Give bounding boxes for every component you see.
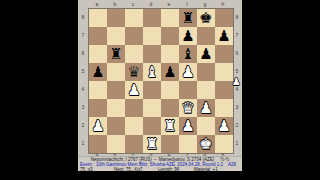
square-f7[interactable]: ♟ (179, 27, 197, 45)
file-label-b: b (106, 1, 124, 7)
eco-code: A28 (228, 162, 236, 167)
square-f8[interactable]: ♜ (179, 9, 197, 27)
white-pawn: ♟ (197, 99, 215, 117)
square-b5[interactable] (107, 63, 125, 81)
square-f6[interactable]: ♝ (179, 45, 197, 63)
square-c2[interactable] (125, 117, 143, 135)
white-pawn: ♟ (179, 117, 197, 135)
square-d7[interactable] (143, 27, 161, 45)
square-g2[interactable] (197, 117, 215, 135)
black-king: ♚ (197, 9, 215, 27)
status-line: 75. g3 Next: 75...Kg7 Length: 96 Materia… (78, 167, 242, 172)
file-label-c: c (124, 1, 142, 7)
square-h8[interactable] (215, 9, 233, 27)
rank-label-7: 7 (232, 26, 242, 44)
white-bishop: ♝ (143, 63, 161, 81)
square-d5[interactable]: ♝ (143, 63, 161, 81)
rank-label-2: 2 (78, 116, 88, 134)
square-e2[interactable]: ♜ (161, 117, 179, 135)
square-b7[interactable] (107, 27, 125, 45)
square-e4[interactable] (161, 81, 179, 99)
square-d4[interactable] (143, 81, 161, 99)
black-rook: ♜ (107, 45, 125, 63)
rank-label-5: 5 (78, 62, 88, 80)
square-f4[interactable] (179, 81, 197, 99)
rank-label-1: 1 (232, 134, 242, 152)
file-label-e: e (160, 1, 178, 7)
black-rook: ♜ (179, 9, 197, 27)
square-h7[interactable]: ♟ (215, 27, 233, 45)
square-e7[interactable] (161, 27, 179, 45)
white-pawn: ♟ (179, 63, 197, 81)
rank-labels-left: 87654321 (78, 8, 88, 152)
square-h1[interactable] (215, 135, 233, 153)
caption-area: Nepomniachtchi, I 2767 (RUS)--Mamedyarov… (78, 156, 242, 171)
square-f1[interactable] (179, 135, 197, 153)
square-f2[interactable]: ♟ (179, 117, 197, 135)
square-g6[interactable]: ♟ (197, 45, 215, 63)
chess-viewer-panel: abcdefgh 87654321 ♜♚♟♟♜♝♟♟♛♝♟♟♟♛♟♟♜♟♟♜♚ … (78, 0, 242, 171)
black-bishop: ♝ (179, 45, 197, 63)
square-d6[interactable] (143, 45, 161, 63)
black-pawn: ♟ (89, 63, 107, 81)
square-f5[interactable]: ♟ (179, 63, 197, 81)
rank-label-7: 7 (78, 26, 88, 44)
rank-label-4: 4 (78, 80, 88, 98)
square-a4[interactable] (89, 81, 107, 99)
square-c6[interactable] (125, 45, 143, 63)
video-frame: abcdefgh 87654321 ♜♚♟♟♜♝♟♟♛♝♟♟♟♛♟♟♜♟♟♜♚ … (0, 0, 320, 180)
square-b4[interactable] (107, 81, 125, 99)
square-b3[interactable] (107, 99, 125, 117)
square-g8[interactable]: ♚ (197, 9, 215, 27)
white-king: ♚ (197, 135, 215, 153)
white-pawn: ♟ (215, 117, 233, 135)
square-e3[interactable] (161, 99, 179, 117)
last-move: 75. g3 (80, 167, 114, 172)
square-f3[interactable]: ♛ (179, 99, 197, 117)
black-pawn: ♟ (179, 27, 197, 45)
square-c4[interactable]: ♟ (125, 81, 143, 99)
square-b8[interactable] (107, 9, 125, 27)
square-g5[interactable] (197, 63, 215, 81)
square-e6[interactable] (161, 45, 179, 63)
square-d2[interactable] (143, 117, 161, 135)
square-d8[interactable] (143, 9, 161, 27)
rank-label-3: 3 (78, 98, 88, 116)
square-d3[interactable] (143, 99, 161, 117)
square-a5[interactable]: ♟ (89, 63, 107, 81)
white-rook: ♜ (143, 135, 161, 153)
rank-label-3: 3 (232, 98, 242, 116)
rank-label-6: 6 (232, 44, 242, 62)
square-g4[interactable] (197, 81, 215, 99)
square-a2[interactable]: ♟ (89, 117, 107, 135)
square-e1[interactable] (161, 135, 179, 153)
white-pawn: ♟ (125, 81, 143, 99)
square-c8[interactable] (125, 9, 143, 27)
square-c5[interactable]: ♛ (125, 63, 143, 81)
white-rook: ♜ (161, 117, 179, 135)
black-queen: ♛ (125, 63, 143, 81)
square-h2[interactable]: ♟ (215, 117, 233, 135)
black-pawn: ♟ (197, 45, 215, 63)
square-a3[interactable] (89, 99, 107, 117)
material-balance: Material: +1 (194, 167, 218, 172)
rank-label-8: 8 (232, 8, 242, 26)
square-d1[interactable]: ♜ (143, 135, 161, 153)
square-h3[interactable] (215, 99, 233, 117)
square-b6[interactable]: ♜ (107, 45, 125, 63)
square-g7[interactable] (197, 27, 215, 45)
square-c7[interactable] (125, 27, 143, 45)
square-a7[interactable] (89, 27, 107, 45)
square-c1[interactable] (125, 135, 143, 153)
rank-label-1: 1 (78, 134, 88, 152)
black-pawn: ♟ (215, 27, 233, 45)
square-b1[interactable] (107, 135, 125, 153)
file-label-a: a (88, 1, 106, 7)
game-length: Length: 96 (158, 167, 194, 172)
black-pawn: ♟ (161, 63, 179, 81)
next-move: Next: 75...Kg7 (114, 167, 158, 172)
file-label-f: f (178, 1, 196, 7)
white-pawn: ♟ (89, 117, 107, 135)
square-a1[interactable] (89, 135, 107, 153)
file-label-d: d (142, 1, 160, 7)
square-h6[interactable] (215, 45, 233, 63)
rank-label-8: 8 (78, 8, 88, 26)
square-a6[interactable] (89, 45, 107, 63)
square-g1[interactable]: ♚ (197, 135, 215, 153)
square-b2[interactable] (107, 117, 125, 135)
square-c3[interactable] (125, 99, 143, 117)
square-e5[interactable]: ♟ (161, 63, 179, 81)
square-e8[interactable] (161, 9, 179, 27)
square-a8[interactable] (89, 9, 107, 27)
rank-label-6: 6 (78, 44, 88, 62)
white-queen: ♛ (179, 99, 197, 117)
file-labels-top: abcdefgh (88, 1, 232, 7)
rank-label-2: 2 (232, 116, 242, 134)
file-label-h: h (214, 1, 232, 7)
square-g3[interactable]: ♟ (197, 99, 215, 117)
file-label-g: g (196, 1, 214, 7)
board: ♜♚♟♟♜♝♟♟♛♝♟♟♟♛♟♟♜♟♟♜♚ (88, 8, 234, 154)
white-pawn-material-icon: ♟ (231, 76, 242, 88)
